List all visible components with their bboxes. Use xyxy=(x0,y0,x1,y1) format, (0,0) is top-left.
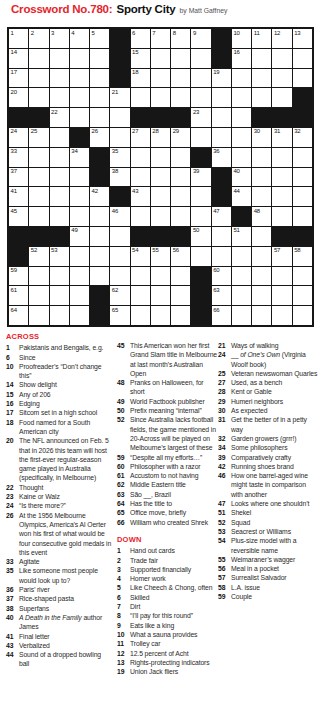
grid-cell[interactable]: 14 xyxy=(9,49,28,68)
grid-cell[interactable] xyxy=(252,148,271,167)
grid-cell[interactable]: 35 xyxy=(110,148,129,167)
grid-cell[interactable] xyxy=(151,148,170,167)
grid-cell[interactable] xyxy=(212,128,231,147)
grid-cell[interactable]: 38 xyxy=(110,168,129,187)
grid-cell[interactable]: 19 xyxy=(212,69,231,88)
clue-text: Superfans xyxy=(19,604,113,613)
grid-cell[interactable]: 7 xyxy=(151,29,170,48)
cell-number: 22 xyxy=(51,109,57,115)
cell-number: 39 xyxy=(193,168,199,174)
grid-cell[interactable] xyxy=(252,286,271,305)
grid-cell[interactable] xyxy=(70,306,89,325)
cell-number: 12 xyxy=(274,30,280,36)
cell-number: 52 xyxy=(31,247,37,253)
grid-cell[interactable]: 66 xyxy=(212,306,231,325)
grid-cell[interactable] xyxy=(29,306,48,325)
grid-cell[interactable] xyxy=(293,49,312,68)
clue-number: 65 xyxy=(117,508,130,517)
grid-cell[interactable] xyxy=(232,267,251,286)
grid-cell[interactable] xyxy=(293,306,312,325)
grid-cell[interactable]: 53 xyxy=(50,247,69,266)
grid-cell[interactable] xyxy=(29,49,48,68)
grid-cell[interactable] xyxy=(272,69,291,88)
clue-text: Surrealist Salvador xyxy=(231,573,319,582)
clue: 61Accustom to not having xyxy=(117,471,217,480)
grid-cell[interactable]: 56 xyxy=(171,247,190,266)
grid-cell[interactable] xyxy=(272,168,291,187)
grid-cell[interactable] xyxy=(50,128,69,147)
grid-cell[interactable] xyxy=(50,286,69,305)
clue-number: 30 xyxy=(218,406,231,415)
grid-cell[interactable]: 10 xyxy=(232,29,251,48)
grid-cell[interactable] xyxy=(70,88,89,107)
grid-cell[interactable] xyxy=(151,49,170,68)
clue-text: Edging xyxy=(19,399,113,408)
grid-cell[interactable] xyxy=(252,187,271,206)
grid-cell[interactable]: 3 xyxy=(50,29,69,48)
clue-number: 17 xyxy=(6,408,19,417)
grid-cell[interactable] xyxy=(151,69,170,88)
clue: 16Edging xyxy=(6,399,113,408)
grid-cell[interactable] xyxy=(50,148,69,167)
grid-cell[interactable] xyxy=(151,267,170,286)
cell-number: 7 xyxy=(152,30,155,36)
grid-cell[interactable] xyxy=(232,69,251,88)
clue: 39Comparatively crafty xyxy=(218,453,319,462)
grid-cell[interactable] xyxy=(90,108,109,127)
grid-cell[interactable] xyxy=(70,69,89,88)
grid-cell[interactable]: 4 xyxy=(70,29,89,48)
grid-cell[interactable]: 55 xyxy=(151,247,170,266)
grid-cell[interactable] xyxy=(232,148,251,167)
grid-cell[interactable]: 57 xyxy=(272,247,291,266)
grid-cell[interactable] xyxy=(151,286,170,305)
clue-text: Food named for a South American city xyxy=(19,418,113,437)
grid-cell[interactable]: 29 xyxy=(171,128,190,147)
grid-cell[interactable] xyxy=(29,207,48,226)
grid-cell[interactable]: 11 xyxy=(252,29,271,48)
cell-number: 30 xyxy=(254,128,260,134)
cell-number: 25 xyxy=(31,128,37,134)
grid-cell[interactable] xyxy=(171,88,190,107)
grid-cell[interactable]: 2 xyxy=(29,29,48,48)
clue: 43Verbalized xyxy=(6,641,113,650)
grid-cell[interactable]: 59 xyxy=(9,267,28,286)
clue-text: Union Jack fliers xyxy=(130,667,217,676)
grid-cell[interactable] xyxy=(90,247,109,266)
grid-cell[interactable]: 47 xyxy=(212,207,231,226)
grid-cell[interactable] xyxy=(252,267,271,286)
grid-cell[interactable]: 51 xyxy=(232,227,251,246)
grid-cell[interactable]: 25 xyxy=(29,128,48,147)
grid-cell[interactable]: 9 xyxy=(191,29,210,48)
grid-cell[interactable]: 45 xyxy=(9,207,28,226)
down-clues-part1: 1Hand out cards2Trade fair3Supported fin… xyxy=(117,546,217,676)
grid-cell[interactable] xyxy=(131,267,150,286)
grid-cell[interactable] xyxy=(70,108,89,127)
cell-number: 64 xyxy=(11,307,17,313)
cell-number: 33 xyxy=(11,148,17,154)
black-cell xyxy=(272,227,291,246)
clue: 7Dirt xyxy=(117,602,217,611)
clue-number: 44 xyxy=(6,650,19,659)
grid-cell[interactable] xyxy=(232,108,251,127)
grid-cell[interactable]: 39 xyxy=(191,168,210,187)
grid-cell[interactable] xyxy=(90,267,109,286)
clue-number: 25 xyxy=(218,369,231,378)
grid-cell[interactable] xyxy=(29,69,48,88)
clue-number: 29 xyxy=(218,397,231,406)
grid-cell[interactable] xyxy=(232,286,251,305)
black-cell xyxy=(212,168,231,187)
grid-cell[interactable]: 21 xyxy=(110,88,129,107)
grid-cell[interactable] xyxy=(252,306,271,325)
grid-cell[interactable] xyxy=(272,148,291,167)
grid-cell[interactable] xyxy=(171,267,190,286)
grid-cell[interactable] xyxy=(191,128,210,147)
cell-number: 59 xyxy=(11,267,17,273)
grid-cell[interactable] xyxy=(293,267,312,286)
grid-cell[interactable] xyxy=(70,247,89,266)
grid-cell[interactable] xyxy=(293,286,312,305)
grid-cell[interactable] xyxy=(272,88,291,107)
grid-cell[interactable]: 48 xyxy=(252,207,271,226)
grid-cell[interactable] xyxy=(272,306,291,325)
grid-cell[interactable]: 18 xyxy=(131,69,150,88)
grid-cell[interactable]: 41 xyxy=(9,187,28,206)
grid-cell[interactable]: 33 xyxy=(9,148,28,167)
clue: 18Food named for a South American city xyxy=(6,418,113,437)
grid-cell[interactable]: 26 xyxy=(90,128,109,147)
black-cell xyxy=(212,187,231,206)
grid-cell[interactable] xyxy=(212,227,231,246)
clue-number: 34 xyxy=(218,443,231,452)
grid-cell[interactable] xyxy=(293,207,312,226)
cell-number: 16 xyxy=(233,49,239,55)
grid-cell[interactable]: 8 xyxy=(171,29,190,48)
clue-text: Prefix meaning “internal” xyxy=(130,406,217,415)
grid-cell[interactable] xyxy=(90,88,109,107)
clue: 42Running shoes brand xyxy=(218,462,319,471)
grid-cell[interactable] xyxy=(151,187,170,206)
clue: 17Sitcom set in a high school xyxy=(6,408,113,417)
grid-cell[interactable] xyxy=(70,207,89,226)
grid-cell[interactable] xyxy=(272,267,291,286)
clue-number: 13 xyxy=(117,658,130,667)
cell-number: 31 xyxy=(274,128,280,134)
cell-number: 2 xyxy=(31,30,34,36)
black-cell xyxy=(191,306,210,325)
cell-number: 13 xyxy=(294,30,300,36)
cell-number: 50 xyxy=(193,227,199,233)
grid-cell[interactable]: 27 xyxy=(131,128,150,147)
grid-cell[interactable]: 65 xyxy=(110,306,129,325)
cell-number: 42 xyxy=(92,188,98,194)
grid-cell[interactable] xyxy=(191,207,210,226)
grid-cell[interactable] xyxy=(171,207,190,226)
grid-cell[interactable] xyxy=(293,69,312,88)
grid-cell[interactable] xyxy=(272,207,291,226)
grid-cell[interactable] xyxy=(232,306,251,325)
clue-text: Like Cheech & Chong, often xyxy=(130,583,217,592)
clue: 20The NFL announced on Feb. 5 that in 20… xyxy=(6,436,113,482)
across-clues-part2: 45This American won her first Grand Slam… xyxy=(117,341,217,527)
grid-cell[interactable] xyxy=(232,128,251,147)
clue-number: 33 xyxy=(6,557,19,566)
grid-cell[interactable] xyxy=(252,168,271,187)
clue-text: As expected xyxy=(231,406,319,415)
grid-cell[interactable]: 16 xyxy=(232,49,251,68)
grid-cell[interactable] xyxy=(151,207,170,226)
grid-cell[interactable]: 34 xyxy=(70,148,89,167)
cell-number: 62 xyxy=(112,287,118,293)
cell-number: 63 xyxy=(213,287,219,293)
grid-cell[interactable] xyxy=(29,88,48,107)
grid-cell[interactable] xyxy=(70,168,89,187)
clue: 10Proofreader’s “Don’t change this” xyxy=(6,362,113,381)
grid-cell[interactable] xyxy=(29,187,48,206)
grid-cell[interactable] xyxy=(272,286,291,305)
cell-number: 36 xyxy=(213,148,219,154)
grid-cell[interactable] xyxy=(212,108,231,127)
clue-number: 26 xyxy=(6,511,19,520)
grid-cell[interactable] xyxy=(171,187,190,206)
grid-cell[interactable]: 23 xyxy=(191,108,210,127)
clue-number: 18 xyxy=(6,418,19,427)
cell-number: 18 xyxy=(132,69,138,75)
grid-cell[interactable] xyxy=(293,148,312,167)
grid-cell[interactable] xyxy=(131,207,150,226)
grid-cell[interactable]: 52 xyxy=(29,247,48,266)
clue-number: 2 xyxy=(117,556,130,565)
down-header: DOWN xyxy=(117,535,217,544)
cell-number: 32 xyxy=(294,128,300,134)
clue: 58L.A. issue xyxy=(218,583,319,592)
grid-cell[interactable] xyxy=(90,227,109,246)
grid-cell[interactable] xyxy=(212,88,231,107)
grid-cell[interactable] xyxy=(70,286,89,305)
clue: 52Squad xyxy=(218,518,319,527)
grid-cell[interactable] xyxy=(171,69,190,88)
grid-cell[interactable] xyxy=(151,88,170,107)
grid-cell[interactable]: 36 xyxy=(212,148,231,167)
grid-cell[interactable] xyxy=(50,88,69,107)
clue-text: Couple xyxy=(231,592,319,601)
cell-number: 26 xyxy=(92,128,98,134)
grid-cell[interactable] xyxy=(50,49,69,68)
grid-cell[interactable]: 32 xyxy=(293,128,312,147)
clue: 44Sound of a dropped bowling ball xyxy=(6,650,113,669)
grid-cell[interactable] xyxy=(191,88,210,107)
clue-number: 1 xyxy=(117,546,130,555)
clue-text: Since xyxy=(19,353,113,362)
clue: 55Weimaraner’s wagger xyxy=(218,555,319,564)
grid-cell[interactable] xyxy=(70,187,89,206)
cell-number: 15 xyxy=(132,49,138,55)
grid-cell[interactable]: 44 xyxy=(232,187,251,206)
grid-cell[interactable]: 40 xyxy=(232,168,251,187)
grid-cell[interactable] xyxy=(171,168,190,187)
clue: 65Office move, briefly xyxy=(117,508,217,517)
grid-cell[interactable]: 12 xyxy=(272,29,291,48)
clue: 52Since Australia lacks football fields,… xyxy=(117,415,217,452)
clue-text: Looks where one shouldn’t xyxy=(231,499,319,508)
clue-number: 32 xyxy=(218,434,231,443)
grid-cell[interactable] xyxy=(50,306,69,325)
grid-cell[interactable]: 6 xyxy=(131,29,150,48)
clue: 13Rights-protecting indicators xyxy=(117,658,217,667)
clue-text: Dirt xyxy=(130,602,217,611)
grid-cell[interactable] xyxy=(110,227,129,246)
grid-cell[interactable]: 17 xyxy=(9,69,28,88)
grid-cell[interactable]: 37 xyxy=(9,168,28,187)
grid-cell[interactable] xyxy=(151,168,170,187)
cell-number: 28 xyxy=(152,128,158,134)
grid-cell[interactable] xyxy=(272,49,291,68)
grid-cell[interactable] xyxy=(50,207,69,226)
grid-cell[interactable] xyxy=(90,49,109,68)
grid-cell[interactable] xyxy=(110,128,129,147)
grid-cell[interactable] xyxy=(212,247,231,266)
grid-cell[interactable]: 49 xyxy=(70,227,89,246)
grid-cell[interactable] xyxy=(232,247,251,266)
grid-cell[interactable] xyxy=(293,187,312,206)
grid-cell[interactable] xyxy=(151,306,170,325)
grid-cell[interactable] xyxy=(70,49,89,68)
grid-cell[interactable] xyxy=(252,227,271,246)
clue-number: 53 xyxy=(218,527,231,536)
grid-cell[interactable]: 60 xyxy=(212,267,231,286)
grid-cell[interactable] xyxy=(131,168,150,187)
clue-text: Paris’ river xyxy=(19,585,113,594)
cell-number: 14 xyxy=(11,49,17,55)
grid-cell[interactable] xyxy=(50,168,69,187)
cell-number: 54 xyxy=(132,247,138,253)
cell-number: 24 xyxy=(11,128,17,134)
clue-number: 24 xyxy=(218,350,231,359)
grid-cell[interactable] xyxy=(293,168,312,187)
cell-number: 49 xyxy=(71,227,77,233)
clue: 32Garden growers (grrr!) xyxy=(218,434,319,443)
grid-cell[interactable] xyxy=(232,88,251,107)
black-cell xyxy=(151,227,170,246)
grid-cell[interactable] xyxy=(171,49,190,68)
grid-cell[interactable] xyxy=(29,267,48,286)
grid-cell[interactable]: 61 xyxy=(9,286,28,305)
clue: 14Show delight xyxy=(6,380,113,389)
grid-cell[interactable]: 30 xyxy=(252,128,271,147)
clue: 6Since xyxy=(6,353,113,362)
grid-cell[interactable] xyxy=(110,108,129,127)
grid-cell[interactable] xyxy=(131,148,150,167)
clue-text: Sound of a dropped bowling ball xyxy=(19,650,113,669)
grid-cell[interactable]: 63 xyxy=(212,286,231,305)
grid-cell[interactable]: 15 xyxy=(131,49,150,68)
grid-cell[interactable]: 64 xyxy=(9,306,28,325)
black-cell xyxy=(9,227,28,246)
grid-cell[interactable]: 1 xyxy=(9,29,28,48)
grid-cell[interactable] xyxy=(272,187,291,206)
grid-cell[interactable]: 20 xyxy=(9,88,28,107)
grid-cell[interactable] xyxy=(110,247,129,266)
clue-number: 49 xyxy=(117,397,130,406)
grid-cell[interactable]: 54 xyxy=(131,247,150,266)
clue-number: 43 xyxy=(6,641,19,650)
grid-cell[interactable] xyxy=(252,69,271,88)
grid-cell[interactable] xyxy=(131,286,150,305)
grid-cell[interactable] xyxy=(29,168,48,187)
grid-cell[interactable]: 28 xyxy=(151,128,170,147)
grid-cell[interactable] xyxy=(90,207,109,226)
grid-cell[interactable] xyxy=(50,267,69,286)
clue-column-3: 21Ways of walking24__ of One’s Own (Virg… xyxy=(218,341,319,601)
clue-number: 64 xyxy=(117,499,130,508)
clue-number: 51 xyxy=(218,508,231,517)
grid-cell[interactable] xyxy=(131,88,150,107)
clue-number: 7 xyxy=(117,602,130,611)
grid-cell[interactable]: 46 xyxy=(110,207,129,226)
grid-cell[interactable]: 31 xyxy=(272,128,291,147)
grid-cell[interactable]: 5 xyxy=(90,29,109,48)
grid-cell[interactable] xyxy=(70,267,89,286)
grid-cell[interactable]: 42 xyxy=(90,187,109,206)
cell-number: 53 xyxy=(51,247,57,253)
grid-cell[interactable] xyxy=(50,187,69,206)
grid-cell[interactable]: 43 xyxy=(131,187,150,206)
grid-cell[interactable]: 13 xyxy=(293,29,312,48)
grid-cell[interactable]: 62 xyxy=(110,286,129,305)
grid-cell[interactable] xyxy=(29,148,48,167)
grid-cell[interactable] xyxy=(50,69,69,88)
clue-number: 42 xyxy=(218,462,231,471)
cell-number: 37 xyxy=(11,168,17,174)
grid-cell[interactable] xyxy=(171,306,190,325)
clue-number: 66 xyxy=(117,518,130,527)
clue-text: Rights-protecting indicators xyxy=(130,658,217,667)
grid-cell[interactable] xyxy=(90,69,109,88)
clue-text: Kaine or Walz xyxy=(19,492,113,501)
clue: 51Shekel xyxy=(218,508,319,517)
grid-cell[interactable] xyxy=(29,286,48,305)
clue-text: L.A. issue xyxy=(231,583,319,592)
grid-cell[interactable] xyxy=(171,148,190,167)
clue-number: 46 xyxy=(218,471,231,480)
grid-cell[interactable] xyxy=(110,267,129,286)
grid-cell[interactable] xyxy=(252,49,271,68)
grid-cell[interactable]: 50 xyxy=(191,227,210,246)
black-cell xyxy=(110,49,129,68)
black-cell xyxy=(171,227,190,246)
grid-cell[interactable] xyxy=(252,247,271,266)
grid-cell[interactable] xyxy=(191,69,210,88)
cell-number: 29 xyxy=(173,128,179,134)
grid-cell[interactable] xyxy=(191,49,210,68)
clue-number: 36 xyxy=(6,585,19,594)
grid-cell[interactable] xyxy=(131,306,150,325)
clue-number: 12 xyxy=(117,649,130,658)
grid-cell[interactable] xyxy=(252,88,271,107)
clue: 35Like someone most people would look up… xyxy=(6,566,113,585)
grid-cell[interactable] xyxy=(171,286,190,305)
clue-number: 8 xyxy=(117,611,130,620)
grid-cell[interactable]: 22 xyxy=(50,108,69,127)
grid-cell[interactable]: 58 xyxy=(293,247,312,266)
grid-cell[interactable]: 24 xyxy=(9,128,28,147)
grid-cell[interactable] xyxy=(191,187,210,206)
clue-text: São __, Brazil xyxy=(130,490,217,499)
grid-cell[interactable] xyxy=(191,247,210,266)
clue-text: Office move, briefly xyxy=(130,508,217,517)
